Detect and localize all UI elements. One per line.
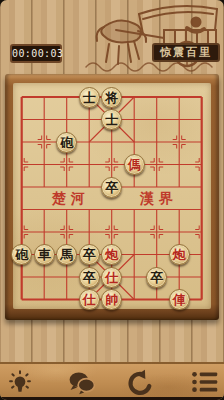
piece-black-将[interactable]: 将	[101, 87, 122, 108]
hint-button[interactable]	[6, 369, 34, 397]
river-label-right: 漢界	[140, 187, 178, 210]
piece-red-仕[interactable]: 仕	[101, 267, 122, 288]
app-screen: 00:00:03 惊震百里 楚河 漢界 士将士砲傌卒砲車馬卒炮炮卒仕卒仕帥俥	[0, 0, 224, 400]
menu-list-icon	[191, 370, 219, 394]
piece-black-卒[interactable]: 卒	[101, 177, 122, 198]
undo-icon	[126, 369, 154, 397]
piece-black-車[interactable]: 車	[34, 244, 55, 265]
bottom-toolbar	[0, 362, 224, 400]
chat-button[interactable]	[68, 369, 96, 397]
river-label-left: 楚河	[52, 187, 90, 210]
board-frame: 楚河 漢界 士将士砲傌卒砲車馬卒炮炮卒仕卒仕帥俥	[5, 74, 219, 320]
piece-red-仕[interactable]: 仕	[79, 289, 100, 310]
piece-red-炮[interactable]: 炮	[169, 244, 190, 265]
piece-red-傌[interactable]: 傌	[124, 154, 145, 175]
piece-black-卒[interactable]: 卒	[79, 244, 100, 265]
piece-red-俥[interactable]: 俥	[169, 289, 190, 310]
piece-black-卒[interactable]: 卒	[146, 267, 167, 288]
undo-button[interactable]	[126, 369, 154, 397]
chat-bubbles-icon	[68, 369, 96, 397]
timer-display: 00:00:03	[10, 44, 62, 63]
lightbulb-icon	[6, 369, 34, 397]
piece-black-士[interactable]: 士	[79, 87, 100, 108]
menu-button[interactable]	[191, 369, 219, 397]
carriage-illustration	[84, 0, 224, 73]
piece-black-砲[interactable]: 砲	[56, 132, 77, 153]
piece-black-卒[interactable]: 卒	[79, 267, 100, 288]
puzzle-title: 惊震百里	[152, 43, 220, 62]
